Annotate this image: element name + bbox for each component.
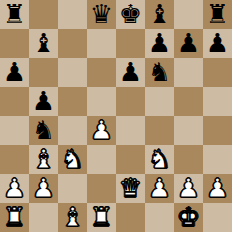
square-a2[interactable]: ♟ xyxy=(0,174,29,203)
square-h3[interactable] xyxy=(203,145,232,174)
black-pawn-icon[interactable]: ♟ xyxy=(148,29,171,58)
square-f2[interactable]: ♟ xyxy=(145,174,174,203)
square-h7[interactable]: ♟ xyxy=(203,29,232,58)
white-pawn-icon[interactable]: ♟ xyxy=(177,174,200,203)
white-king-icon[interactable]: ♚ xyxy=(177,203,200,232)
square-h8[interactable]: ♜ xyxy=(203,0,232,29)
square-b8[interactable] xyxy=(29,0,58,29)
white-pawn-icon[interactable]: ♟ xyxy=(3,174,26,203)
square-d7[interactable] xyxy=(87,29,116,58)
square-b2[interactable]: ♟ xyxy=(29,174,58,203)
square-c8[interactable] xyxy=(58,0,87,29)
square-a3[interactable] xyxy=(0,145,29,174)
square-b5[interactable]: ♟ xyxy=(29,87,58,116)
white-knight-icon[interactable]: ♞ xyxy=(148,145,171,174)
square-a7[interactable] xyxy=(0,29,29,58)
square-c6[interactable] xyxy=(58,58,87,87)
square-g8[interactable] xyxy=(174,0,203,29)
square-g6[interactable] xyxy=(174,58,203,87)
square-c5[interactable] xyxy=(58,87,87,116)
white-pawn-icon[interactable]: ♟ xyxy=(206,174,229,203)
square-f1[interactable] xyxy=(145,203,174,232)
square-e1[interactable] xyxy=(116,203,145,232)
square-d1[interactable]: ♜ xyxy=(87,203,116,232)
square-f7[interactable]: ♟ xyxy=(145,29,174,58)
square-h6[interactable] xyxy=(203,58,232,87)
black-pawn-icon[interactable]: ♟ xyxy=(3,58,26,87)
square-h1[interactable] xyxy=(203,203,232,232)
square-h4[interactable] xyxy=(203,116,232,145)
square-c4[interactable] xyxy=(58,116,87,145)
white-rook-icon[interactable]: ♜ xyxy=(3,203,26,232)
square-c7[interactable] xyxy=(58,29,87,58)
square-e4[interactable] xyxy=(116,116,145,145)
black-queen-icon[interactable]: ♛ xyxy=(90,0,113,29)
black-knight-icon[interactable]: ♞ xyxy=(148,58,171,87)
white-pawn-icon[interactable]: ♟ xyxy=(90,116,113,145)
white-bishop-icon[interactable]: ♝ xyxy=(61,203,84,232)
square-g3[interactable] xyxy=(174,145,203,174)
square-a5[interactable] xyxy=(0,87,29,116)
square-b3[interactable]: ♝ xyxy=(29,145,58,174)
square-d5[interactable] xyxy=(87,87,116,116)
square-f8[interactable]: ♝ xyxy=(145,0,174,29)
black-king-icon[interactable]: ♚ xyxy=(119,0,142,29)
white-knight-icon[interactable]: ♞ xyxy=(61,145,84,174)
square-d6[interactable] xyxy=(87,58,116,87)
square-f6[interactable]: ♞ xyxy=(145,58,174,87)
black-bishop-icon[interactable]: ♝ xyxy=(32,29,55,58)
black-bishop-icon[interactable]: ♝ xyxy=(148,0,171,29)
square-c1[interactable]: ♝ xyxy=(58,203,87,232)
square-f3[interactable]: ♞ xyxy=(145,145,174,174)
black-rook-icon[interactable]: ♜ xyxy=(3,0,26,29)
square-a6[interactable]: ♟ xyxy=(0,58,29,87)
square-f5[interactable] xyxy=(145,87,174,116)
square-h5[interactable] xyxy=(203,87,232,116)
square-d8[interactable]: ♛ xyxy=(87,0,116,29)
square-b1[interactable] xyxy=(29,203,58,232)
square-a4[interactable] xyxy=(0,116,29,145)
black-knight-icon[interactable]: ♞ xyxy=(32,116,55,145)
white-queen-icon[interactable]: ♛ xyxy=(119,174,142,203)
black-pawn-icon[interactable]: ♟ xyxy=(206,29,229,58)
square-d4[interactable]: ♟ xyxy=(87,116,116,145)
square-e3[interactable] xyxy=(116,145,145,174)
square-e6[interactable]: ♟ xyxy=(116,58,145,87)
square-g4[interactable] xyxy=(174,116,203,145)
square-a1[interactable]: ♜ xyxy=(0,203,29,232)
black-pawn-icon[interactable]: ♟ xyxy=(119,58,142,87)
white-bishop-icon[interactable]: ♝ xyxy=(32,145,55,174)
square-b4[interactable]: ♞ xyxy=(29,116,58,145)
square-g7[interactable]: ♟ xyxy=(174,29,203,58)
black-pawn-icon[interactable]: ♟ xyxy=(177,29,200,58)
square-b7[interactable]: ♝ xyxy=(29,29,58,58)
square-f4[interactable] xyxy=(145,116,174,145)
square-h2[interactable]: ♟ xyxy=(203,174,232,203)
square-b6[interactable] xyxy=(29,58,58,87)
square-c2[interactable] xyxy=(58,174,87,203)
square-d2[interactable] xyxy=(87,174,116,203)
square-e5[interactable] xyxy=(116,87,145,116)
square-c3[interactable]: ♞ xyxy=(58,145,87,174)
white-rook-icon[interactable]: ♜ xyxy=(90,203,113,232)
square-g2[interactable]: ♟ xyxy=(174,174,203,203)
white-pawn-icon[interactable]: ♟ xyxy=(148,174,171,203)
square-e7[interactable] xyxy=(116,29,145,58)
chess-board: ♜♛♚♝♜♝♟♟♟♟♟♞♟♞♟♝♞♞♟♟♛♟♟♟♜♝♜♚ xyxy=(0,0,232,232)
black-rook-icon[interactable]: ♜ xyxy=(206,0,229,29)
black-pawn-icon[interactable]: ♟ xyxy=(32,87,55,116)
square-g1[interactable]: ♚ xyxy=(174,203,203,232)
square-d3[interactable] xyxy=(87,145,116,174)
square-g5[interactable] xyxy=(174,87,203,116)
square-a8[interactable]: ♜ xyxy=(0,0,29,29)
white-pawn-icon[interactable]: ♟ xyxy=(32,174,55,203)
square-e2[interactable]: ♛ xyxy=(116,174,145,203)
square-e8[interactable]: ♚ xyxy=(116,0,145,29)
